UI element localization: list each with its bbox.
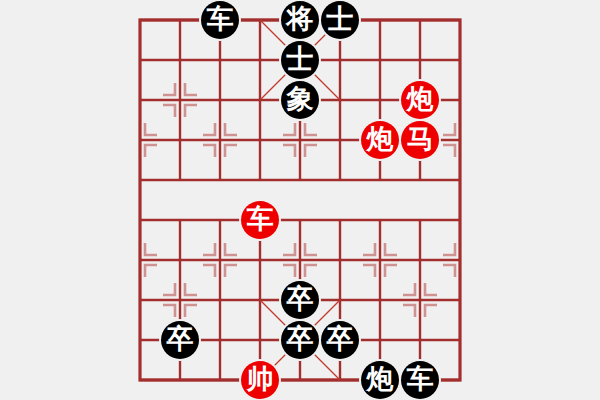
piece-black-soldier-3[interactable]: 卒 (281, 321, 319, 359)
piece-black-soldier-1[interactable]: 卒 (281, 281, 319, 319)
board-intersections: 车将士士象炮炮马车卒卒卒卒帅炮车 (120, 0, 480, 400)
piece-black-cannon[interactable]: 炮 (361, 361, 399, 399)
xiangqi-diagram: 车将士士象炮炮马车卒卒卒卒帅炮车 (0, 0, 600, 400)
piece-black-advisor-2[interactable]: 士 (281, 41, 319, 79)
piece-black-soldier-2[interactable]: 卒 (161, 321, 199, 359)
piece-black-chariot-2[interactable]: 车 (401, 361, 439, 399)
piece-red-chariot[interactable]: 车 (241, 201, 279, 239)
piece-black-soldier-4[interactable]: 卒 (321, 321, 359, 359)
piece-black-elephant[interactable]: 象 (281, 81, 319, 119)
piece-black-chariot-1[interactable]: 车 (201, 1, 239, 39)
piece-black-general[interactable]: 将 (281, 1, 319, 39)
piece-red-general[interactable]: 帅 (241, 361, 279, 399)
piece-black-advisor-1[interactable]: 士 (321, 1, 359, 39)
piece-red-horse[interactable]: 马 (401, 121, 439, 159)
piece-red-cannon-2[interactable]: 炮 (361, 121, 399, 159)
piece-red-cannon-1[interactable]: 炮 (401, 81, 439, 119)
